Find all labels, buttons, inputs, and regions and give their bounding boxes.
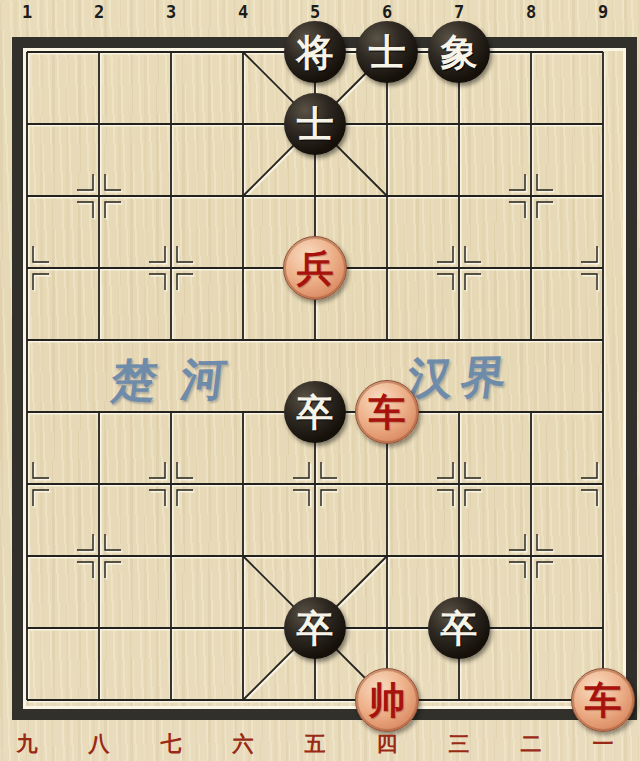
bottom-file-labels: 九八七六五四三二一 — [0, 730, 639, 758]
piece-red-chariot[interactable]: 车 — [355, 380, 419, 444]
piece-black-general[interactable]: 将 — [284, 21, 346, 83]
file-label-bottom: 三 — [423, 730, 495, 758]
file-label-bottom: 五 — [279, 730, 351, 758]
file-label-bottom: 四 — [351, 730, 423, 758]
piece-red-soldier[interactable]: 兵 — [283, 236, 347, 300]
piece-black-soldier[interactable]: 卒 — [428, 597, 490, 659]
file-label-bottom: 八 — [63, 730, 135, 758]
piece-red-general[interactable]: 帅 — [355, 668, 419, 732]
file-label-bottom: 七 — [135, 730, 207, 758]
piece-black-advisor[interactable]: 士 — [356, 21, 418, 83]
piece-black-advisor[interactable]: 士 — [284, 93, 346, 155]
board-grid[interactable]: 将士象士兵卒车卒卒帅车 — [0, 16, 639, 736]
file-label-bottom: 九 — [0, 730, 63, 758]
file-label-bottom: 一 — [567, 730, 639, 758]
piece-red-chariot[interactable]: 车 — [571, 668, 635, 732]
file-label-bottom: 二 — [495, 730, 567, 758]
piece-black-elephant[interactable]: 象 — [428, 21, 490, 83]
piece-black-soldier[interactable]: 卒 — [284, 597, 346, 659]
piece-black-soldier[interactable]: 卒 — [284, 381, 346, 443]
file-label-bottom: 六 — [207, 730, 279, 758]
xiangqi-board: 123456789 楚河 汉界 将士象士兵卒车卒卒帅车 九八七六五四三二一 — [0, 0, 640, 761]
